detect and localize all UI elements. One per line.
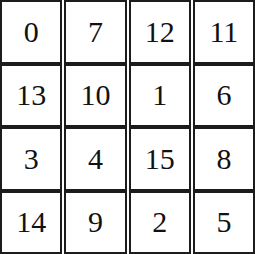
cell-r1c1-tile-0[interactable]: 0 (0, 0, 62, 64)
cell-r1c4-tile-11[interactable]: 11 (193, 0, 255, 64)
cell-r3c3-tile-15[interactable]: 15 (129, 127, 191, 191)
cell-r2c3-tile-1[interactable]: 1 (129, 64, 191, 128)
cell-r3c1-tile-3[interactable]: 3 (0, 127, 62, 191)
cell-r2c4-tile-6[interactable]: 6 (193, 64, 255, 128)
cell-r3c4-tile-8[interactable]: 8 (193, 127, 255, 191)
puzzle-board: 0712111310163415814925 (0, 0, 255, 254)
cell-r2c2-tile-10[interactable]: 10 (64, 64, 126, 128)
cell-r4c1-tile-14[interactable]: 14 (0, 191, 62, 254)
cell-r4c4-tile-5[interactable]: 5 (193, 191, 255, 254)
cell-r4c3-tile-2[interactable]: 2 (129, 191, 191, 254)
cell-r1c3-tile-12[interactable]: 12 (129, 0, 191, 64)
cell-r2c1-tile-13[interactable]: 13 (0, 64, 62, 128)
cell-r4c2-tile-9[interactable]: 9 (64, 191, 126, 254)
cell-r1c2-tile-7[interactable]: 7 (64, 0, 126, 64)
cell-r3c2-tile-4[interactable]: 4 (64, 127, 126, 191)
